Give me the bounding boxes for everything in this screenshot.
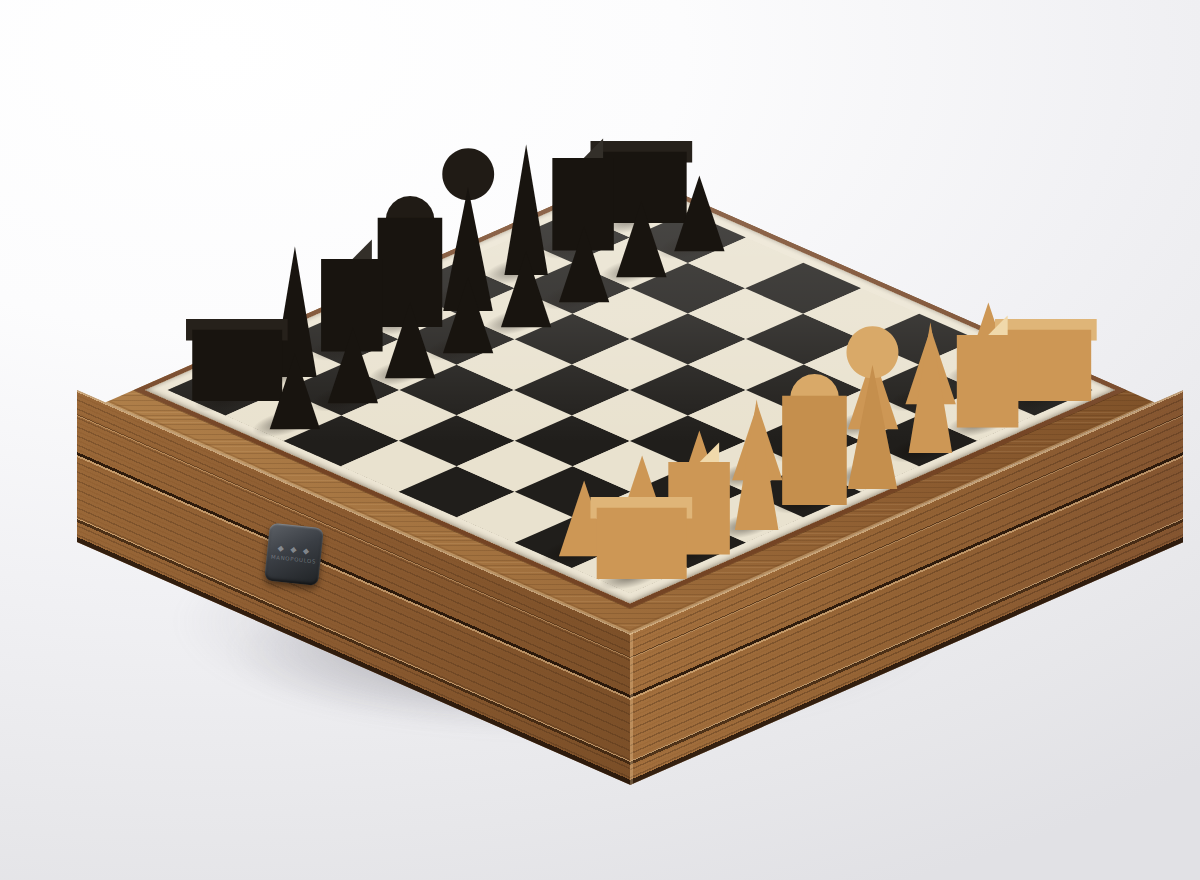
- brand-logo-icon: ◆ ◆ ◆: [277, 544, 311, 555]
- pawn-p-body-glyph: ▲: [269, 335, 320, 434]
- product-photo-stage: ◆ ◆ ◆ MANOPOULOS ██▲◢█●█●▲▲◢███▲▲▲▲▲▲▲▲▲…: [0, 0, 1200, 880]
- rook-r-body-glyph: █: [193, 335, 281, 395]
- king-k-body-glyph: ▲: [848, 331, 898, 493]
- bishop-b-body-glyph: ▲: [909, 287, 953, 458]
- pawn-p-body-glyph: ▲: [674, 156, 725, 255]
- bishop-b-body-glyph: ▲: [735, 363, 779, 534]
- case-clasp-latch: ◆ ◆ ◆ MANOPOULOS: [264, 523, 324, 586]
- pawn-p-body-glyph: ▲: [385, 284, 436, 383]
- pawn-p-body-glyph: ▲: [501, 233, 552, 332]
- queen-q-body-glyph: █: [783, 405, 846, 497]
- rook-r-body-glyph: █: [598, 513, 686, 573]
- knight-n-body-glyph: █: [958, 343, 1018, 421]
- brand-logo-text: MANOPOULOS: [271, 555, 317, 565]
- pawn-p-body-glyph: ▲: [558, 207, 609, 306]
- pawn-p-body-glyph: ▲: [616, 182, 667, 281]
- pawn-p-body-glyph: ▲: [443, 258, 494, 357]
- pawn-p-body-glyph: ▲: [327, 309, 378, 408]
